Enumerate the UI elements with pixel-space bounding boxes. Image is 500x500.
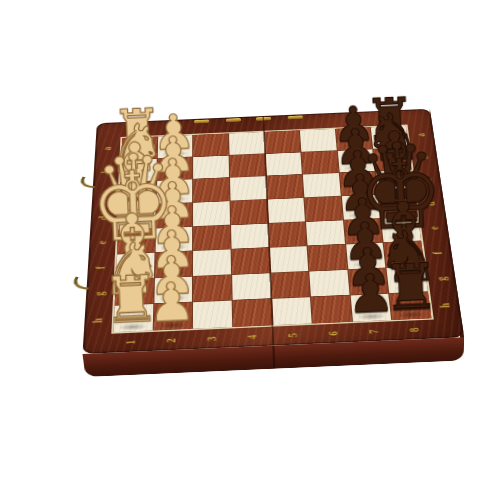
square-h3 <box>193 301 232 329</box>
square-f3 <box>193 250 231 276</box>
square-d3 <box>193 201 230 226</box>
square-f5 <box>270 246 309 272</box>
square-g6 <box>309 270 349 297</box>
square-b3 <box>193 155 229 178</box>
brass-hinge <box>226 118 241 122</box>
product-photo: ♜♟♟♜♞♟♟♞♝♟♟♝♛♟♟♛♚♟♟♚♝♟♟♝♞♟♟♞♜♟♟♜ 1234567… <box>0 0 500 500</box>
square-h8: ♜ <box>390 292 432 320</box>
front-fold-seam <box>272 346 275 369</box>
coordinate-label: 4 <box>245 334 261 339</box>
coordinate-label: 7 <box>366 329 382 334</box>
square-d4 <box>230 200 267 225</box>
square-e6 <box>306 220 345 245</box>
coordinate-label: a <box>100 147 114 151</box>
square-h4 <box>233 299 272 327</box>
coordinate-label: 2 <box>164 338 180 343</box>
square-c5 <box>266 175 303 199</box>
square-e5 <box>269 222 307 247</box>
square-a5 <box>264 130 300 153</box>
square-g4 <box>232 273 271 300</box>
coordinate-label: a <box>414 133 429 137</box>
coordinate-label: 5 <box>285 333 301 338</box>
square-b4 <box>229 154 265 177</box>
square-a3 <box>193 133 228 156</box>
square-d6 <box>305 196 343 221</box>
square-b6 <box>301 151 338 174</box>
square-g3 <box>193 275 231 302</box>
coordinate-label: 6 <box>326 331 342 336</box>
square-c4 <box>230 176 267 200</box>
square-c3 <box>193 178 229 202</box>
piece-white-pawn: ♟ <box>147 277 197 329</box>
clasp-hook <box>70 277 93 290</box>
square-h1: ♜ <box>113 304 152 332</box>
coordinate-label: 3 <box>204 336 220 341</box>
square-d5 <box>267 198 305 223</box>
coordinate-label: 1 <box>123 340 139 345</box>
square-h6 <box>311 296 352 324</box>
square-e4 <box>231 223 269 248</box>
square-c6 <box>303 173 341 197</box>
square-h2: ♟ <box>153 303 192 331</box>
brass-hinge <box>288 115 303 119</box>
square-f4 <box>231 248 269 274</box>
square-b5 <box>265 152 302 175</box>
square-g5 <box>271 271 310 298</box>
coordinate-label: 8 <box>407 327 424 332</box>
square-a4 <box>229 132 265 155</box>
square-a6 <box>300 129 336 152</box>
square-f6 <box>308 245 347 271</box>
piece-black-pawn: ♟ <box>346 268 396 320</box>
brass-hinge <box>194 119 209 123</box>
square-h5 <box>272 297 312 325</box>
brass-hinge <box>256 117 271 121</box>
chessboard-box: ♜♟♟♜♞♟♟♞♝♟♟♝♛♟♟♛♚♟♟♚♝♟♟♝♞♟♟♞♜♟♟♜ 1234567… <box>83 109 465 354</box>
square-e3 <box>193 225 230 251</box>
square-h7: ♟ <box>350 294 391 322</box>
